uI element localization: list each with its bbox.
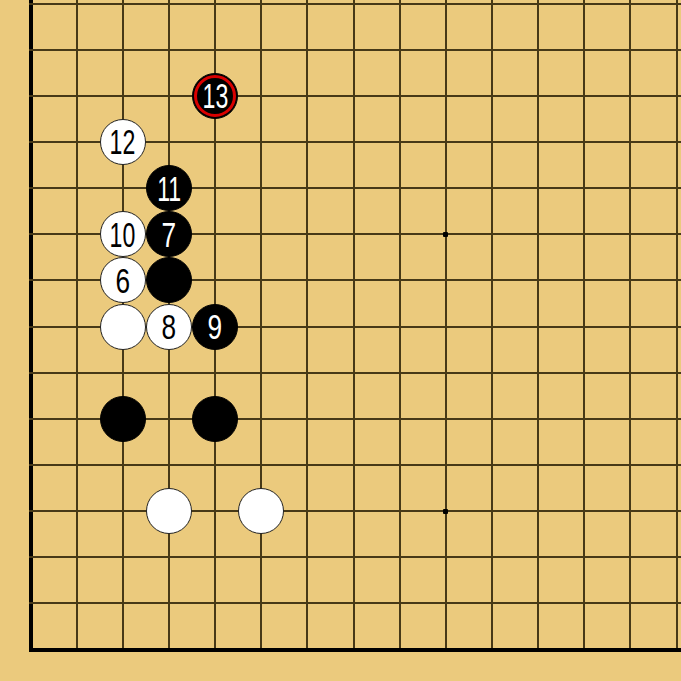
stone-white-C12[interactable]: 12: [100, 119, 146, 165]
stone-move-number: 13: [202, 78, 228, 113]
stone-move-number: 7: [162, 217, 177, 252]
grid-line-h-row3: [29, 556, 681, 558]
grid-line-h-row13: [29, 95, 681, 97]
star-point-K4: [443, 509, 448, 514]
stone-white-C8[interactable]: [100, 304, 146, 350]
grid-line-h-row11: [29, 187, 681, 189]
stone-black-E8[interactable]: 9: [192, 304, 238, 350]
stone-move-number: 6: [115, 263, 130, 298]
stone-black-C6[interactable]: [100, 396, 146, 442]
stone-black-E13[interactable]: 13: [192, 73, 238, 119]
stone-white-D4[interactable]: [146, 488, 192, 534]
grid-line-h-row7: [29, 372, 681, 374]
stone-move-number: 12: [110, 124, 136, 159]
board-edge-bottom: [29, 648, 681, 652]
grid-line-h-row15: [29, 3, 681, 5]
stone-white-C10[interactable]: 10: [100, 211, 146, 257]
grid-line-h-row14: [29, 49, 681, 51]
stone-move-number: 10: [110, 217, 136, 252]
stone-black-D10[interactable]: 7: [146, 211, 192, 257]
stone-move-number: 11: [157, 171, 181, 206]
grid-line-h-row5: [29, 464, 681, 466]
stone-move-number: 8: [162, 309, 177, 344]
stone-white-C9[interactable]: 6: [100, 257, 146, 303]
stone-black-D9[interactable]: [146, 257, 192, 303]
star-point-K10: [443, 232, 448, 237]
stone-white-D8[interactable]: 8: [146, 304, 192, 350]
stone-white-F4[interactable]: [238, 488, 284, 534]
stone-black-E6[interactable]: [192, 396, 238, 442]
stone-move-number: 9: [208, 309, 223, 344]
go-board[interactable]: 131211107689: [0, 0, 681, 681]
grid-line-h-row2: [29, 602, 681, 604]
stone-black-D11[interactable]: 11: [146, 165, 192, 211]
grid-line-h-row4: [29, 510, 681, 512]
